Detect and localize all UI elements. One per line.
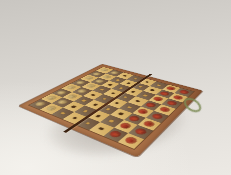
chess-board: ♜♞♝♛♚♝♞♜♟♟♟♟♟♟♟♟♟♟♟♟♟♟♟♟♜♞♝♛♚♝♞♜ xyxy=(18,64,202,157)
photo-background: ♜♞♝♛♚♝♞♜♟♟♟♟♟♟♟♟♟♟♟♟♟♟♟♟♜♞♝♛♚♝♞♜ xyxy=(0,0,231,175)
red-rook-glyph: ♜ xyxy=(118,125,143,142)
cream-pawn-glyph: ♟ xyxy=(41,98,62,110)
scene: ♜♞♝♛♚♝♞♜♟♟♟♟♟♟♟♟♟♟♟♟♟♟♟♟♜♞♝♛♚♝♞♜ xyxy=(0,0,231,175)
